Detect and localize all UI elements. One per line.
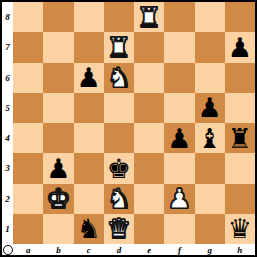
rank-label-3: 3	[2, 153, 13, 183]
square-h1[interactable]: ♛	[225, 214, 255, 244]
square-b7[interactable]	[43, 32, 73, 62]
square-c6[interactable]: ♟	[74, 63, 104, 93]
square-e3[interactable]	[134, 153, 164, 183]
black-pawn-g5[interactable]: ♟	[198, 94, 222, 121]
black-rook-h4[interactable]: ♜	[228, 125, 252, 152]
square-h8[interactable]	[225, 2, 255, 32]
black-king-d3[interactable]: ♚	[107, 155, 131, 182]
square-g8[interactable]	[195, 2, 225, 32]
white-to-move-indicator	[3, 245, 13, 255]
file-label-h: h	[225, 244, 255, 255]
rank-label-7: 7	[2, 32, 13, 62]
rank-label-8: 8	[2, 2, 13, 32]
rank-label-5: 5	[2, 93, 13, 123]
square-c4[interactable]	[74, 123, 104, 153]
square-d2[interactable]: ♞	[104, 184, 134, 214]
square-h5[interactable]	[225, 93, 255, 123]
square-d8[interactable]	[104, 2, 134, 32]
square-a6[interactable]	[13, 63, 43, 93]
square-f3[interactable]	[164, 153, 194, 183]
square-f7[interactable]	[164, 32, 194, 62]
square-a4[interactable]	[13, 123, 43, 153]
square-d1[interactable]: ♛	[104, 214, 134, 244]
chess-board[interactable]: ♜♜♟♟♞♟♟♝♜♟♚♚♞♟♞♛♛	[13, 2, 255, 244]
white-queen-d1[interactable]: ♛	[107, 215, 131, 242]
square-a7[interactable]	[13, 32, 43, 62]
file-labels: abcdefgh	[13, 244, 255, 255]
square-d3[interactable]: ♚	[104, 153, 134, 183]
file-label-b: b	[43, 244, 73, 255]
rank-label-6: 6	[2, 63, 13, 93]
file-label-g: g	[195, 244, 225, 255]
black-knight-c1[interactable]: ♞	[77, 215, 101, 242]
square-g5[interactable]: ♟	[195, 93, 225, 123]
square-h3[interactable]	[225, 153, 255, 183]
square-c8[interactable]	[74, 2, 104, 32]
square-h7[interactable]: ♟	[225, 32, 255, 62]
black-queen-h1[interactable]: ♛	[228, 215, 252, 242]
file-label-a: a	[13, 244, 43, 255]
square-g3[interactable]	[195, 153, 225, 183]
black-pawn-h7[interactable]: ♟	[228, 34, 252, 61]
white-knight-d2[interactable]: ♞	[107, 185, 131, 212]
file-label-e: e	[134, 244, 164, 255]
square-b2[interactable]: ♚	[43, 184, 73, 214]
file-label-d: d	[104, 244, 134, 255]
black-pawn-b3[interactable]: ♟	[46, 155, 70, 182]
square-h2[interactable]	[225, 184, 255, 214]
file-label-c: c	[74, 244, 104, 255]
white-rook-e8[interactable]: ♜	[137, 4, 161, 31]
black-pawn-c6[interactable]: ♟	[77, 64, 101, 91]
white-knight-d6[interactable]: ♞	[107, 64, 131, 91]
square-c7[interactable]	[74, 32, 104, 62]
square-e5[interactable]	[134, 93, 164, 123]
rank-labels: 87654321	[2, 2, 13, 244]
square-g1[interactable]	[195, 214, 225, 244]
square-c2[interactable]	[74, 184, 104, 214]
square-f4[interactable]: ♟	[164, 123, 194, 153]
white-rook-d7[interactable]: ♜	[107, 34, 131, 61]
square-a3[interactable]	[13, 153, 43, 183]
square-d7[interactable]: ♜	[104, 32, 134, 62]
square-g4[interactable]: ♝	[195, 123, 225, 153]
square-e7[interactable]	[134, 32, 164, 62]
square-h4[interactable]: ♜	[225, 123, 255, 153]
square-f2[interactable]: ♟	[164, 184, 194, 214]
square-e4[interactable]	[134, 123, 164, 153]
square-d5[interactable]	[104, 93, 134, 123]
square-e6[interactable]	[134, 63, 164, 93]
square-g2[interactable]	[195, 184, 225, 214]
rank-label-4: 4	[2, 123, 13, 153]
square-e2[interactable]	[134, 184, 164, 214]
white-pawn-f2[interactable]: ♟	[167, 185, 191, 212]
square-a1[interactable]	[13, 214, 43, 244]
square-b6[interactable]	[43, 63, 73, 93]
square-a2[interactable]	[13, 184, 43, 214]
square-b8[interactable]	[43, 2, 73, 32]
square-f1[interactable]	[164, 214, 194, 244]
side-to-move-corner	[2, 244, 13, 255]
square-e8[interactable]: ♜	[134, 2, 164, 32]
black-bishop-g4[interactable]: ♝	[198, 125, 222, 152]
square-b4[interactable]	[43, 123, 73, 153]
square-b5[interactable]	[43, 93, 73, 123]
square-a5[interactable]	[13, 93, 43, 123]
square-e1[interactable]	[134, 214, 164, 244]
square-b1[interactable]	[43, 214, 73, 244]
square-f5[interactable]	[164, 93, 194, 123]
square-d6[interactable]: ♞	[104, 63, 134, 93]
square-c3[interactable]	[74, 153, 104, 183]
square-b3[interactable]: ♟	[43, 153, 73, 183]
square-g7[interactable]	[195, 32, 225, 62]
square-c5[interactable]	[74, 93, 104, 123]
square-g6[interactable]	[195, 63, 225, 93]
square-f8[interactable]	[164, 2, 194, 32]
square-f6[interactable]	[164, 63, 194, 93]
rank-label-1: 1	[2, 214, 13, 244]
square-d4[interactable]	[104, 123, 134, 153]
rank-label-2: 2	[2, 184, 13, 214]
square-c1[interactable]: ♞	[74, 214, 104, 244]
white-king-b2[interactable]: ♚	[46, 185, 70, 212]
square-h6[interactable]	[225, 63, 255, 93]
file-label-f: f	[164, 244, 194, 255]
chess-board-frame: 87654321 ♜♜♟♟♞♟♟♝♜♟♚♚♞♟♞♛♛ abcdefgh	[0, 0, 257, 257]
black-pawn-f4[interactable]: ♟	[167, 125, 191, 152]
square-a8[interactable]	[13, 2, 43, 32]
